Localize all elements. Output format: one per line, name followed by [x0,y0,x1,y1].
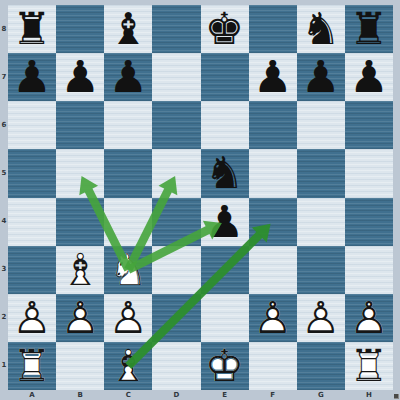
square-c8[interactable]: ♝ [104,5,152,53]
black-pawn-c7[interactable]: ♟ [104,53,152,101]
black-pawn-g7[interactable]: ♟ [297,53,345,101]
piece-glyph: ♜ [345,5,393,53]
rank-label-7: 7 [1,74,7,81]
square-f6[interactable] [249,101,297,149]
file-label-B: B [70,392,90,399]
piece-outline: ♖ [8,342,56,390]
square-h2[interactable]: ♟♙ [345,294,393,342]
black-knight-g8[interactable]: ♞ [297,5,345,53]
piece-outline: ♙ [56,294,104,342]
square-g4[interactable] [297,198,345,246]
square-h6[interactable] [345,101,393,149]
square-f1[interactable] [249,342,297,390]
file-label-F: F [263,392,283,399]
file-label-G: G [311,392,331,399]
square-f4[interactable] [249,198,297,246]
square-a1[interactable]: ♜♖ [8,342,56,390]
square-d6[interactable] [152,101,200,149]
piece-glyph: ♟ [249,53,297,101]
file-label-D: D [166,392,186,399]
square-a6[interactable] [8,101,56,149]
white-rook-h1[interactable]: ♜♖ [345,342,393,390]
piece-outline: ♖ [345,342,393,390]
chess-board: ♜♝♚♞♜♟♟♟♟♟♟♞♟♝♗♞♘♟♙♟♙♟♙♟♙♟♙♟♙♜♖♝♗♚♔♜♖ [8,5,393,390]
square-c7[interactable]: ♟ [104,53,152,101]
piece-glyph: ♟ [201,198,249,246]
square-b7[interactable]: ♟ [56,53,104,101]
square-c4[interactable] [104,198,152,246]
rank-label-8: 8 [1,26,7,33]
rank-label-4: 4 [1,218,7,225]
black-pawn-h7[interactable]: ♟ [345,53,393,101]
square-c3[interactable]: ♞♘ [104,246,152,294]
square-b2[interactable]: ♟♙ [56,294,104,342]
square-c2[interactable]: ♟♙ [104,294,152,342]
square-h7[interactable]: ♟ [345,53,393,101]
piece-outline: ♙ [345,294,393,342]
square-h3[interactable] [345,246,393,294]
square-e4[interactable]: ♟ [201,198,249,246]
white-pawn-g2[interactable]: ♟♙ [297,294,345,342]
file-label-C: C [118,392,138,399]
white-knight-c3[interactable]: ♞♘ [104,246,152,294]
square-d2[interactable] [152,294,200,342]
rank-label-2: 2 [1,314,7,321]
white-pawn-b2[interactable]: ♟♙ [56,294,104,342]
piece-outline: ♙ [297,294,345,342]
square-a5[interactable] [8,149,56,197]
board-resize-handle-icon[interactable] [394,394,399,399]
piece-glyph: ♟ [297,53,345,101]
square-b5[interactable] [56,149,104,197]
square-g6[interactable] [297,101,345,149]
white-pawn-a2[interactable]: ♟♙ [8,294,56,342]
square-b1[interactable] [56,342,104,390]
square-g1[interactable] [297,342,345,390]
piece-glyph: ♟ [8,53,56,101]
file-label-H: H [359,392,379,399]
white-pawn-h2[interactable]: ♟♙ [345,294,393,342]
square-e6[interactable] [201,101,249,149]
square-f7[interactable]: ♟ [249,53,297,101]
square-d8[interactable] [152,5,200,53]
square-g2[interactable]: ♟♙ [297,294,345,342]
square-b3[interactable]: ♝♗ [56,246,104,294]
piece-glyph: ♜ [8,5,56,53]
square-b8[interactable] [56,5,104,53]
square-h1[interactable]: ♜♖ [345,342,393,390]
square-d3[interactable] [152,246,200,294]
square-d7[interactable] [152,53,200,101]
white-rook-a1[interactable]: ♜♖ [8,342,56,390]
square-a7[interactable]: ♟ [8,53,56,101]
square-g7[interactable]: ♟ [297,53,345,101]
square-a4[interactable] [8,198,56,246]
square-g8[interactable]: ♞ [297,5,345,53]
square-b6[interactable] [56,101,104,149]
white-king-e1[interactable]: ♚♔ [201,342,249,390]
square-e3[interactable] [201,246,249,294]
square-h5[interactable] [345,149,393,197]
rank-label-3: 3 [1,266,7,273]
square-e2[interactable] [201,294,249,342]
piece-outline: ♙ [8,294,56,342]
square-g3[interactable] [297,246,345,294]
file-label-A: A [22,392,42,399]
square-h8[interactable]: ♜ [345,5,393,53]
square-f2[interactable]: ♟♙ [249,294,297,342]
black-pawn-f7[interactable]: ♟ [249,53,297,101]
piece-outline: ♙ [249,294,297,342]
square-e5[interactable]: ♞ [201,149,249,197]
piece-glyph: ♟ [104,53,152,101]
piece-glyph: ♞ [297,5,345,53]
square-e7[interactable] [201,53,249,101]
black-pawn-b7[interactable]: ♟ [56,53,104,101]
square-h4[interactable] [345,198,393,246]
square-g5[interactable] [297,149,345,197]
white-bishop-b3[interactable]: ♝♗ [56,246,104,294]
chess-board-stage: ♜♝♚♞♜♟♟♟♟♟♟♞♟♝♗♞♘♟♙♟♙♟♙♟♙♟♙♟♙♜♖♝♗♚♔♜♖ 87… [0,0,400,400]
square-b4[interactable] [56,198,104,246]
piece-glyph: ♟ [56,53,104,101]
square-d5[interactable] [152,149,200,197]
file-label-E: E [215,392,235,399]
piece-glyph: ♝ [104,5,152,53]
piece-outline: ♔ [201,342,249,390]
piece-glyph: ♟ [345,53,393,101]
square-a8[interactable]: ♜ [8,5,56,53]
square-c5[interactable] [104,149,152,197]
square-d1[interactable] [152,342,200,390]
square-e8[interactable]: ♚ [201,5,249,53]
black-rook-a8[interactable]: ♜ [8,5,56,53]
piece-glyph: ♞ [201,149,249,197]
black-knight-e5[interactable]: ♞ [201,149,249,197]
square-f8[interactable] [249,5,297,53]
rank-label-5: 5 [1,170,7,177]
piece-outline: ♗ [104,342,152,390]
black-rook-h8[interactable]: ♜ [345,5,393,53]
black-king-e8[interactable]: ♚ [201,5,249,53]
piece-outline: ♗ [56,246,104,294]
piece-outline: ♙ [104,294,152,342]
piece-glyph: ♚ [201,5,249,53]
white-bishop-c1[interactable]: ♝♗ [104,342,152,390]
square-a3[interactable] [8,246,56,294]
white-pawn-c2[interactable]: ♟♙ [104,294,152,342]
rank-label-6: 6 [1,122,7,129]
square-c1[interactable]: ♝♗ [104,342,152,390]
black-bishop-c8[interactable]: ♝ [104,5,152,53]
square-f3[interactable] [249,246,297,294]
rank-label-1: 1 [1,362,7,369]
white-pawn-f2[interactable]: ♟♙ [249,294,297,342]
square-a2[interactable]: ♟♙ [8,294,56,342]
square-c6[interactable] [104,101,152,149]
piece-outline: ♘ [104,246,152,294]
square-d4[interactable] [152,198,200,246]
black-pawn-e4[interactable]: ♟ [201,198,249,246]
square-e1[interactable]: ♚♔ [201,342,249,390]
black-pawn-a7[interactable]: ♟ [8,53,56,101]
square-f5[interactable] [249,149,297,197]
